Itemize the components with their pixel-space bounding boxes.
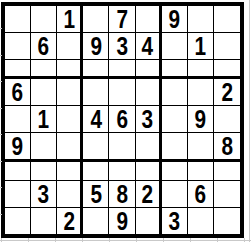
gridline-stub-bottom	[244, 238, 245, 242]
gridline-stub-bottom	[163, 238, 164, 242]
gridline-stub-bottom	[217, 238, 218, 242]
cell-r8c2[interactable]: 3	[31, 181, 57, 208]
cell-digit: 8	[116, 181, 128, 207]
cell-r1c8[interactable]	[188, 6, 214, 33]
gridline-tick-left	[0, 161, 2, 162]
cell-r8c6[interactable]: 2	[136, 181, 162, 208]
cell-r5c4[interactable]: 4	[83, 106, 109, 133]
cell-r5c5[interactable]: 6	[109, 106, 135, 133]
cell-r1c7[interactable]: 9	[162, 6, 188, 33]
cell-r4c7[interactable]	[162, 79, 188, 106]
cell-digit: 8	[221, 133, 233, 159]
gridline-bottom	[0, 240, 251, 241]
cell-digit: 9	[116, 208, 128, 234]
cell-r2c3[interactable]	[57, 33, 83, 60]
cell-digit: 9	[90, 33, 102, 59]
cell-r4c1[interactable]: 6	[5, 79, 31, 106]
gridline-stub-bottom	[28, 238, 29, 242]
cell-digit: 6	[116, 106, 128, 132]
gridline-stub-bottom	[1, 238, 2, 242]
cell-r9c8[interactable]	[188, 208, 214, 234]
cell-r1c2[interactable]	[31, 6, 57, 33]
cell-digit: 6	[38, 33, 50, 59]
cell-digit: 3	[116, 33, 128, 59]
cell-r6c3[interactable]	[57, 133, 83, 162]
cell-r1c5[interactable]: 7	[109, 6, 135, 33]
cell-r7c7[interactable]	[162, 162, 188, 181]
cell-r6c7[interactable]	[162, 133, 188, 162]
cell-digit: 1	[195, 33, 207, 59]
cell-r6c1[interactable]: 9	[5, 133, 31, 162]
cell-r3c7[interactable]	[162, 60, 188, 79]
cell-digit: 5	[90, 181, 102, 207]
gridline-tick-left	[0, 108, 2, 109]
cell-r2c4[interactable]: 9	[83, 33, 109, 60]
cell-r1c1[interactable]	[5, 6, 31, 33]
cell-r8c9[interactable]	[214, 181, 240, 208]
gridline-stub-bottom	[109, 238, 110, 242]
cell-digit: 7	[116, 6, 128, 32]
gridline-tick-left	[0, 55, 2, 56]
cell-r8c4[interactable]: 5	[83, 181, 109, 208]
cell-r5c8[interactable]: 9	[188, 106, 214, 133]
cell-digit: 9	[168, 6, 180, 32]
cell-r8c5[interactable]: 8	[109, 181, 135, 208]
cell-r1c3[interactable]: 1	[57, 6, 83, 33]
cell-r6c5[interactable]	[109, 133, 135, 162]
cell-digit: 9	[195, 106, 207, 132]
cell-r6c8[interactable]	[188, 133, 214, 162]
cell-digit: 3	[168, 208, 180, 234]
cell-r2c6[interactable]: 4	[136, 33, 162, 60]
gridline-stub-bottom	[136, 238, 137, 242]
cell-r5c2[interactable]: 1	[31, 106, 57, 133]
gridline-stub-bottom	[55, 238, 56, 242]
cell-r3c3[interactable]	[57, 60, 83, 79]
cell-r1c6[interactable]	[136, 6, 162, 33]
sudoku-page: 1796934162146399835826293	[0, 0, 251, 242]
cell-r8c8[interactable]: 6	[188, 181, 214, 208]
cell-r3c6[interactable]	[136, 60, 162, 79]
cell-r7c3[interactable]	[57, 162, 83, 181]
cell-digit: 2	[63, 208, 75, 234]
cell-digit: 2	[141, 181, 153, 207]
cell-r8c3[interactable]	[57, 181, 83, 208]
cell-r9c9[interactable]	[214, 208, 240, 234]
cell-r5c9[interactable]	[214, 106, 240, 133]
gridline-tick-left	[0, 187, 2, 188]
cell-r9c3[interactable]: 2	[57, 208, 83, 234]
cell-digit: 1	[38, 106, 50, 132]
cell-digit: 6	[12, 79, 24, 105]
cell-r9c7[interactable]: 3	[162, 208, 188, 234]
cell-r9c6[interactable]	[136, 208, 162, 234]
cell-r2c5[interactable]: 3	[109, 33, 135, 60]
cell-r5c6[interactable]: 3	[136, 106, 162, 133]
cell-r6c4[interactable]	[83, 133, 109, 162]
cell-r3c8[interactable]	[188, 60, 214, 79]
cell-r5c3[interactable]	[57, 106, 83, 133]
cell-r3c4[interactable]	[83, 60, 109, 79]
cell-digit: 4	[141, 33, 153, 59]
cell-r2c2[interactable]: 6	[31, 33, 57, 60]
sudoku-board: 1796934162146399835826293	[1, 2, 244, 238]
cell-r4c2[interactable]	[31, 79, 57, 106]
cell-r4c9[interactable]: 2	[214, 79, 240, 106]
cell-digit: 3	[38, 181, 50, 207]
cell-digit: 3	[141, 106, 153, 132]
cell-r6c2[interactable]	[31, 133, 57, 162]
gridline-stub-bottom	[190, 238, 191, 242]
cell-r5c1[interactable]	[5, 106, 31, 133]
cell-r1c4[interactable]	[83, 6, 109, 33]
cell-r7c1[interactable]	[5, 162, 31, 181]
gridline-tick-left	[0, 214, 2, 215]
gridline-tick-left	[0, 134, 2, 135]
cell-digit: 2	[221, 79, 233, 105]
cell-r3c5[interactable]	[109, 60, 135, 79]
cell-digit: 9	[12, 133, 24, 159]
cell-r4c6[interactable]	[136, 79, 162, 106]
gridline-tick-left	[0, 81, 2, 82]
cell-r9c4[interactable]	[83, 208, 109, 234]
cell-r8c1[interactable]	[5, 181, 31, 208]
cell-digit: 4	[90, 106, 102, 132]
cell-r7c9[interactable]	[214, 162, 240, 181]
cell-r6c9[interactable]: 8	[214, 133, 240, 162]
gridline-stub-bottom	[82, 238, 83, 242]
cell-r9c1[interactable]	[5, 208, 31, 234]
cell-r9c5[interactable]: 9	[109, 208, 135, 234]
cell-r2c7[interactable]	[162, 33, 188, 60]
cell-r4c3[interactable]	[57, 79, 83, 106]
cell-r5c7[interactable]	[162, 106, 188, 133]
cell-digit: 6	[195, 181, 207, 207]
cell-r3c2[interactable]	[31, 60, 57, 79]
cell-digit: 1	[63, 6, 75, 32]
cell-r8c7[interactable]	[162, 181, 188, 208]
cell-r6c6[interactable]	[136, 133, 162, 162]
cell-r1c9[interactable]	[214, 6, 240, 33]
cell-r4c4[interactable]	[83, 79, 109, 106]
gridline-right	[249, 0, 250, 242]
gridline-tick-left	[0, 28, 2, 29]
cell-r9c2[interactable]	[31, 208, 57, 234]
cell-r2c9[interactable]	[214, 33, 240, 60]
cell-r4c8[interactable]	[188, 79, 214, 106]
cell-r2c8[interactable]: 1	[188, 33, 214, 60]
cell-r2c1[interactable]	[5, 33, 31, 60]
cell-r4c5[interactable]	[109, 79, 135, 106]
